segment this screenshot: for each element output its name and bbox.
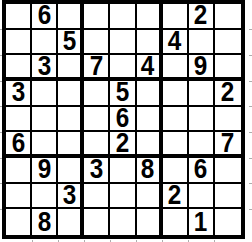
cell-r2c3[interactable]: 5	[58, 30, 84, 56]
cell-r5c8[interactable]	[189, 107, 215, 133]
given-digit: 9	[194, 55, 208, 79]
cell-r1c7[interactable]	[163, 4, 189, 30]
given-digit: 3	[11, 81, 25, 106]
cell-r8c6[interactable]	[137, 184, 163, 210]
given-digit: 2	[168, 184, 182, 209]
given-digit: 4	[141, 55, 155, 79]
gridline-tick	[0, 183, 2, 184]
cell-r9c8[interactable]: 1	[189, 209, 215, 235]
cell-r3c2[interactable]: 3	[32, 55, 58, 81]
cell-r3c4[interactable]: 7	[84, 55, 110, 81]
cell-r5c3[interactable]	[58, 107, 84, 133]
cell-r3c1[interactable]	[6, 55, 32, 81]
cell-r6c4[interactable]	[84, 132, 110, 158]
cell-r5c9[interactable]	[215, 107, 241, 133]
given-digit: 2	[221, 81, 235, 106]
cell-r2c9[interactable]	[215, 30, 241, 56]
gridline-tick	[0, 158, 2, 159]
cell-r2c5[interactable]	[110, 30, 136, 56]
cell-r4c2[interactable]	[32, 81, 58, 107]
cell-r8c8[interactable]	[189, 184, 215, 210]
gridline-tick	[249, 183, 252, 184]
gridline-tick	[0, 209, 2, 210]
cell-r6c5[interactable]: 2	[110, 132, 136, 158]
sudoku-puzzle: 62543749352662793863281	[0, 0, 252, 242]
cell-r9c7[interactable]	[163, 209, 189, 235]
cell-r1c6[interactable]	[137, 4, 163, 30]
cell-r7c4[interactable]: 3	[84, 158, 110, 184]
given-digit: 7	[221, 132, 235, 156]
gridline-tick	[249, 209, 252, 210]
cell-r9c3[interactable]	[58, 209, 84, 235]
gridline-tick	[0, 106, 2, 107]
cell-r5c2[interactable]	[32, 107, 58, 133]
given-digit: 4	[168, 30, 182, 55]
cell-r9c9[interactable]	[215, 209, 241, 235]
cell-r4c6[interactable]	[137, 81, 163, 107]
cell-r2c8[interactable]	[189, 30, 215, 56]
cell-r3c6[interactable]: 4	[137, 55, 163, 81]
given-digit: 6	[116, 107, 130, 132]
given-digit: 5	[116, 81, 130, 106]
sudoku-board: 62543749352662793863281	[2, 0, 245, 239]
cell-r7c3[interactable]	[58, 158, 84, 184]
cell-r6c6[interactable]	[137, 132, 163, 158]
cell-r8c2[interactable]	[32, 184, 58, 210]
given-digit: 3	[37, 55, 51, 79]
given-digit: 5	[63, 30, 77, 55]
cell-r2c6[interactable]	[137, 30, 163, 56]
cell-r3c8[interactable]: 9	[189, 55, 215, 81]
cell-r2c4[interactable]	[84, 30, 110, 56]
cell-r4c4[interactable]	[84, 81, 110, 107]
cell-r9c5[interactable]	[110, 209, 136, 235]
given-digit: 3	[63, 184, 77, 209]
cell-r5c7[interactable]	[163, 107, 189, 133]
cell-r7c9[interactable]	[215, 158, 241, 184]
given-digit: 8	[37, 209, 51, 235]
cell-r6c1[interactable]: 6	[6, 132, 32, 158]
cell-r8c1[interactable]	[6, 184, 32, 210]
cell-r5c5[interactable]: 6	[110, 107, 136, 133]
cell-r3c7[interactable]	[163, 55, 189, 81]
cell-r1c4[interactable]	[84, 4, 110, 30]
cell-r1c1[interactable]	[6, 4, 32, 30]
cell-r6c2[interactable]	[32, 132, 58, 158]
cell-r9c6[interactable]	[137, 209, 163, 235]
cell-r4c3[interactable]	[58, 81, 84, 107]
cell-r9c4[interactable]	[84, 209, 110, 235]
given-digit: 9	[37, 158, 51, 183]
cell-r4c5[interactable]: 5	[110, 81, 136, 107]
cell-r1c3[interactable]	[58, 4, 84, 30]
gridline-tick	[249, 29, 252, 30]
cell-r7c8[interactable]: 6	[189, 158, 215, 184]
gridline-tick	[0, 29, 2, 30]
gridline-tick	[249, 106, 252, 107]
gridline-tick	[249, 81, 252, 82]
cell-r9c2[interactable]: 8	[32, 209, 58, 235]
cell-r7c7[interactable]	[163, 158, 189, 184]
given-digit: 2	[194, 4, 208, 29]
cell-r6c3[interactable]	[58, 132, 84, 158]
cell-r4c8[interactable]	[189, 81, 215, 107]
cell-r7c5[interactable]	[110, 158, 136, 184]
gridline-tick	[249, 132, 252, 133]
cell-r7c1[interactable]	[6, 158, 32, 184]
cell-r8c7[interactable]: 2	[163, 184, 189, 210]
gridline-tick	[249, 158, 252, 159]
cell-r7c2[interactable]: 9	[32, 158, 58, 184]
cell-r4c1[interactable]: 3	[6, 81, 32, 107]
cell-r5c6[interactable]	[137, 107, 163, 133]
cell-r4c9[interactable]: 2	[215, 81, 241, 107]
gridline-tick	[249, 55, 252, 56]
given-digit: 2	[116, 132, 130, 156]
cell-r6c8[interactable]	[189, 132, 215, 158]
cell-r2c7[interactable]: 4	[163, 30, 189, 56]
cell-r5c4[interactable]	[84, 107, 110, 133]
given-digit: 6	[11, 132, 25, 156]
cell-r9c1[interactable]	[6, 209, 32, 235]
cell-r8c3[interactable]: 3	[58, 184, 84, 210]
gridline-tick	[0, 132, 2, 133]
cell-r6c7[interactable]	[163, 132, 189, 158]
given-digit: 6	[194, 158, 208, 183]
cell-r2c1[interactable]	[6, 30, 32, 56]
given-digit: 8	[141, 158, 155, 183]
cell-r8c5[interactable]	[110, 184, 136, 210]
cell-r2c2[interactable]	[32, 30, 58, 56]
cell-r8c4[interactable]	[84, 184, 110, 210]
cell-r1c8[interactable]: 2	[189, 4, 215, 30]
cell-r3c3[interactable]	[58, 55, 84, 81]
cell-r1c2[interactable]: 6	[32, 4, 58, 30]
cell-r3c5[interactable]	[110, 55, 136, 81]
given-digit: 7	[90, 55, 104, 79]
cell-r8c9[interactable]	[215, 184, 241, 210]
cell-r1c9[interactable]	[215, 4, 241, 30]
gridline-tick	[0, 81, 2, 82]
given-digit: 1	[194, 209, 208, 235]
cell-r4c7[interactable]	[163, 81, 189, 107]
given-digit: 6	[37, 4, 51, 29]
cell-r6c9[interactable]: 7	[215, 132, 241, 158]
cell-r1c5[interactable]	[110, 4, 136, 30]
cell-r7c6[interactable]: 8	[137, 158, 163, 184]
gridline-tick	[0, 55, 2, 56]
cell-r5c1[interactable]	[6, 107, 32, 133]
given-digit: 3	[90, 158, 104, 183]
cell-r3c9[interactable]	[215, 55, 241, 81]
